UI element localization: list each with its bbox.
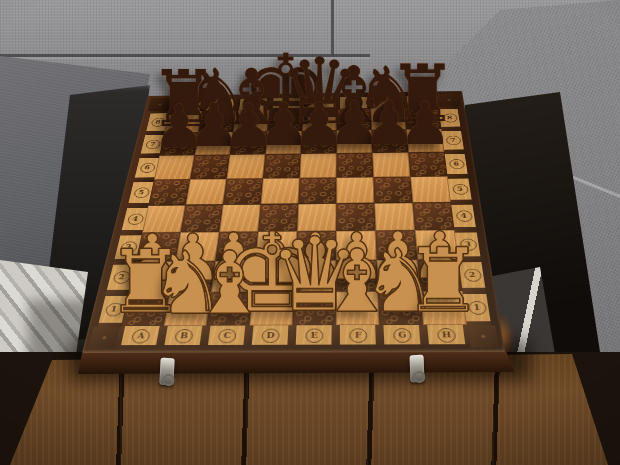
clasp-right — [410, 355, 425, 382]
board-front-edge — [78, 350, 514, 374]
couch-seam-vertical — [331, 0, 334, 56]
clasp-left — [159, 358, 174, 386]
photo-scene: AA11BB22CC33DD44EE55FF66GG77HH88 ♜♞♝♚♛♝♞… — [0, 0, 620, 465]
chess-board: AA11BB22CC33DD44EE55FF66GG77HH88 — [82, 91, 505, 353]
board-light-shade — [82, 91, 505, 353]
couch-seam-horizontal — [0, 54, 370, 57]
